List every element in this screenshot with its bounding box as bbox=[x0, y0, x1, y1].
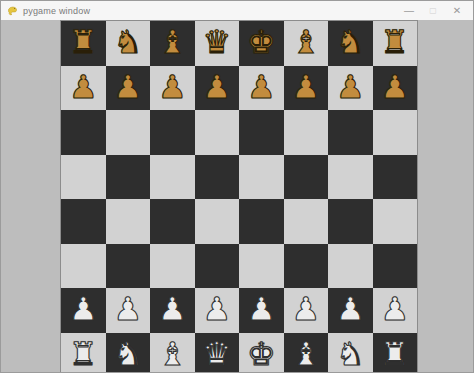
maximize-button[interactable]: ▢ bbox=[421, 1, 445, 20]
square-g6[interactable] bbox=[328, 110, 373, 155]
piece-white-pawn[interactable]: ♟ bbox=[291, 293, 320, 325]
piece-black-knight[interactable]: ♞ bbox=[113, 26, 142, 58]
square-a3[interactable] bbox=[61, 244, 106, 289]
window-title: pygame window bbox=[23, 6, 90, 16]
square-b6[interactable] bbox=[106, 110, 151, 155]
square-d2[interactable]: ♟ bbox=[195, 288, 240, 333]
square-e4[interactable] bbox=[239, 199, 284, 244]
square-c2[interactable]: ♟ bbox=[150, 288, 195, 333]
piece-white-king[interactable]: ♚ bbox=[247, 338, 276, 370]
square-f3[interactable] bbox=[284, 244, 329, 289]
piece-white-rook[interactable]: ♜ bbox=[69, 338, 98, 370]
square-b1[interactable]: ♞ bbox=[106, 333, 151, 373]
square-a4[interactable] bbox=[61, 199, 106, 244]
piece-white-knight[interactable]: ♞ bbox=[336, 338, 365, 370]
square-c7[interactable]: ♟ bbox=[150, 66, 195, 111]
piece-white-pawn[interactable]: ♟ bbox=[202, 293, 231, 325]
piece-white-queen[interactable]: ♛ bbox=[202, 338, 231, 370]
square-g2[interactable]: ♟ bbox=[328, 288, 373, 333]
square-h4[interactable] bbox=[373, 199, 418, 244]
pygame-window: pygame window — ▢ ✕ ♜♞♝♛♚♝♞♜♟♟♟♟♟♟♟♟♟♟♟♟… bbox=[0, 0, 474, 373]
piece-black-pawn[interactable]: ♟ bbox=[113, 71, 142, 103]
piece-white-bishop[interactable]: ♝ bbox=[291, 338, 320, 370]
square-h2[interactable]: ♟ bbox=[373, 288, 418, 333]
piece-black-bishop[interactable]: ♝ bbox=[291, 26, 320, 58]
square-g8[interactable]: ♞ bbox=[328, 21, 373, 66]
square-e5[interactable] bbox=[239, 155, 284, 200]
square-b3[interactable] bbox=[106, 244, 151, 289]
square-h7[interactable]: ♟ bbox=[373, 66, 418, 111]
piece-white-knight[interactable]: ♞ bbox=[113, 338, 142, 370]
piece-black-pawn[interactable]: ♟ bbox=[336, 71, 365, 103]
piece-black-rook[interactable]: ♜ bbox=[69, 26, 98, 58]
square-d3[interactable] bbox=[195, 244, 240, 289]
piece-white-pawn[interactable]: ♟ bbox=[247, 293, 276, 325]
piece-black-pawn[interactable]: ♟ bbox=[380, 71, 409, 103]
square-e1[interactable]: ♚ bbox=[239, 333, 284, 373]
piece-black-king[interactable]: ♚ bbox=[247, 26, 276, 58]
square-c5[interactable] bbox=[150, 155, 195, 200]
piece-black-rook[interactable]: ♜ bbox=[380, 26, 409, 58]
square-d7[interactable]: ♟ bbox=[195, 66, 240, 111]
close-button[interactable]: ✕ bbox=[445, 1, 469, 20]
piece-white-pawn[interactable]: ♟ bbox=[380, 293, 409, 325]
square-e3[interactable] bbox=[239, 244, 284, 289]
square-d8[interactable]: ♛ bbox=[195, 21, 240, 66]
piece-black-pawn[interactable]: ♟ bbox=[202, 71, 231, 103]
piece-white-pawn[interactable]: ♟ bbox=[113, 293, 142, 325]
square-g5[interactable] bbox=[328, 155, 373, 200]
square-h5[interactable] bbox=[373, 155, 418, 200]
square-h3[interactable] bbox=[373, 244, 418, 289]
piece-black-pawn[interactable]: ♟ bbox=[158, 71, 187, 103]
piece-black-knight[interactable]: ♞ bbox=[336, 26, 365, 58]
square-a8[interactable]: ♜ bbox=[61, 21, 106, 66]
pygame-icon bbox=[7, 5, 18, 16]
window-controls: — ▢ ✕ bbox=[397, 1, 473, 20]
piece-white-bishop[interactable]: ♝ bbox=[158, 338, 187, 370]
piece-white-pawn[interactable]: ♟ bbox=[336, 293, 365, 325]
square-c6[interactable] bbox=[150, 110, 195, 155]
square-h6[interactable] bbox=[373, 110, 418, 155]
piece-black-queen[interactable]: ♛ bbox=[202, 26, 231, 58]
piece-white-rook[interactable]: ♜ bbox=[380, 338, 409, 370]
piece-black-pawn[interactable]: ♟ bbox=[69, 71, 98, 103]
game-area: ♜♞♝♛♚♝♞♜♟♟♟♟♟♟♟♟♟♟♟♟♟♟♟♟♜♞♝♛♚♝♞♜ bbox=[1, 20, 473, 373]
square-a1[interactable]: ♜ bbox=[61, 333, 106, 373]
piece-white-pawn[interactable]: ♟ bbox=[158, 293, 187, 325]
square-a2[interactable]: ♟ bbox=[61, 288, 106, 333]
titlebar: pygame window — ▢ ✕ bbox=[1, 1, 473, 20]
square-d6[interactable] bbox=[195, 110, 240, 155]
square-f7[interactable]: ♟ bbox=[284, 66, 329, 111]
piece-black-pawn[interactable]: ♟ bbox=[247, 71, 276, 103]
square-c1[interactable]: ♝ bbox=[150, 333, 195, 373]
piece-black-bishop[interactable]: ♝ bbox=[158, 26, 187, 58]
square-f6[interactable] bbox=[284, 110, 329, 155]
square-c3[interactable] bbox=[150, 244, 195, 289]
square-e7[interactable]: ♟ bbox=[239, 66, 284, 111]
square-g4[interactable] bbox=[328, 199, 373, 244]
square-e8[interactable]: ♚ bbox=[239, 21, 284, 66]
chess-board: ♜♞♝♛♚♝♞♜♟♟♟♟♟♟♟♟♟♟♟♟♟♟♟♟♜♞♝♛♚♝♞♜ bbox=[60, 20, 418, 373]
square-e6[interactable] bbox=[239, 110, 284, 155]
square-d4[interactable] bbox=[195, 199, 240, 244]
square-a6[interactable] bbox=[61, 110, 106, 155]
square-d5[interactable] bbox=[195, 155, 240, 200]
piece-black-pawn[interactable]: ♟ bbox=[291, 71, 320, 103]
square-h8[interactable]: ♜ bbox=[373, 21, 418, 66]
square-d1[interactable]: ♛ bbox=[195, 333, 240, 373]
square-b2[interactable]: ♟ bbox=[106, 288, 151, 333]
square-g7[interactable]: ♟ bbox=[328, 66, 373, 111]
square-f2[interactable]: ♟ bbox=[284, 288, 329, 333]
piece-white-pawn[interactable]: ♟ bbox=[69, 293, 98, 325]
minimize-button[interactable]: — bbox=[397, 1, 421, 20]
square-b4[interactable] bbox=[106, 199, 151, 244]
square-b8[interactable]: ♞ bbox=[106, 21, 151, 66]
square-f5[interactable] bbox=[284, 155, 329, 200]
square-a7[interactable]: ♟ bbox=[61, 66, 106, 111]
square-h1[interactable]: ♜ bbox=[373, 333, 418, 373]
square-b7[interactable]: ♟ bbox=[106, 66, 151, 111]
square-b5[interactable] bbox=[106, 155, 151, 200]
square-a5[interactable] bbox=[61, 155, 106, 200]
square-e2[interactable]: ♟ bbox=[239, 288, 284, 333]
square-c8[interactable]: ♝ bbox=[150, 21, 195, 66]
square-f4[interactable] bbox=[284, 199, 329, 244]
square-f8[interactable]: ♝ bbox=[284, 21, 329, 66]
square-g1[interactable]: ♞ bbox=[328, 333, 373, 373]
square-g3[interactable] bbox=[328, 244, 373, 289]
square-f1[interactable]: ♝ bbox=[284, 333, 329, 373]
square-c4[interactable] bbox=[150, 199, 195, 244]
